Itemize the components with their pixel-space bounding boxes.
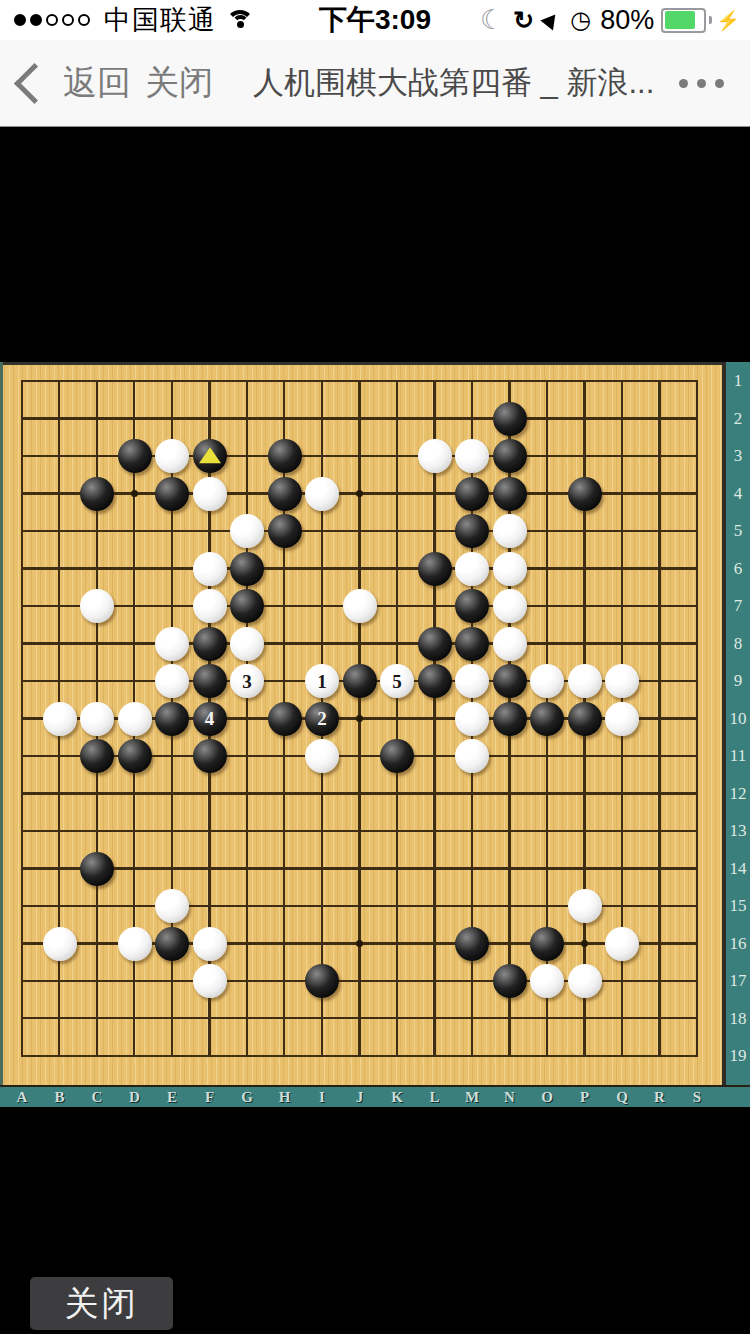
column-label-H: H — [266, 1087, 304, 1107]
column-label-M: M — [453, 1087, 491, 1107]
white-stone-D16 — [116, 925, 154, 963]
column-label-G: G — [228, 1087, 266, 1107]
row-label-3: 3 — [726, 437, 750, 475]
back-chevron-icon[interactable] — [14, 62, 55, 103]
column-label-I: I — [303, 1087, 341, 1107]
black-stone-H5 — [266, 512, 304, 550]
white-stone-K9: 5 — [378, 662, 416, 700]
white-stone-G9: 3 — [228, 662, 266, 700]
battery-fill — [665, 11, 695, 29]
white-stone-L3 — [416, 437, 454, 475]
column-label-N: N — [491, 1087, 529, 1107]
triangle-marker — [199, 447, 221, 463]
black-stone-L8 — [416, 625, 454, 663]
black-stone-D11 — [116, 737, 154, 775]
black-stone-H4 — [266, 475, 304, 513]
row-label-14: 14 — [726, 850, 750, 888]
white-stone-I9: 1 — [303, 662, 341, 700]
row-label-6: 6 — [726, 550, 750, 588]
white-stone-N5 — [491, 512, 529, 550]
white-stone-E8 — [153, 625, 191, 663]
white-stone-O17 — [528, 962, 566, 1000]
row-label-1: 1 — [726, 362, 750, 400]
black-stone-C4 — [78, 475, 116, 513]
white-stone-F6 — [191, 550, 229, 588]
black-stone-L6 — [416, 550, 454, 588]
column-label-O: O — [528, 1087, 566, 1107]
white-stone-I4 — [303, 475, 341, 513]
white-stone-M10 — [453, 700, 491, 738]
black-stone-F10: 4 — [191, 700, 229, 738]
star-point-P16 — [566, 925, 604, 963]
black-stone-M7 — [453, 587, 491, 625]
white-stone-F17 — [191, 962, 229, 1000]
nav-bar: 返回 关闭 人机围棋大战第四番 _ 新浪... — [0, 40, 750, 127]
page-title: 人机围棋大战第四番 _ 新浪... — [253, 62, 670, 104]
black-stone-K11 — [378, 737, 416, 775]
back-button[interactable]: 返回 关闭 — [16, 60, 227, 106]
star-point-J4 — [341, 475, 379, 513]
status-bar: 中国联通 下午3:09 ☾ ↻ ◷ 80% ⚡ — [0, 0, 750, 40]
black-stone-F11 — [191, 737, 229, 775]
column-label-K: K — [378, 1087, 416, 1107]
more-menu-button[interactable] — [670, 79, 724, 88]
charging-bolt-icon: ⚡ — [716, 9, 740, 32]
row-label-9: 9 — [726, 662, 750, 700]
alarm-icon: ◷ — [570, 6, 591, 34]
black-stone-F9 — [191, 662, 229, 700]
white-stone-I11 — [303, 737, 341, 775]
white-stone-E15 — [153, 887, 191, 925]
black-stone-E16 — [153, 925, 191, 963]
back-label[interactable]: 返回 — [63, 60, 131, 106]
row-labels: 12345678910111213141516171819 — [726, 362, 750, 1105]
black-stone-M16 — [453, 925, 491, 963]
star-point-J10 — [341, 700, 379, 738]
black-stone-N3 — [491, 437, 529, 475]
white-stone-B16 — [41, 925, 79, 963]
row-label-18: 18 — [726, 1000, 750, 1038]
column-label-A: A — [3, 1087, 41, 1107]
white-stone-N8 — [491, 625, 529, 663]
white-stone-M6 — [453, 550, 491, 588]
row-label-13: 13 — [726, 812, 750, 850]
row-label-16: 16 — [726, 925, 750, 963]
orientation-lock-icon: ↻ — [513, 6, 534, 35]
move-number-4: 4 — [205, 709, 215, 728]
black-stone-M5 — [453, 512, 491, 550]
black-stone-E4 — [153, 475, 191, 513]
black-stone-N9 — [491, 662, 529, 700]
black-stone-D3 — [116, 437, 154, 475]
white-stone-M3 — [453, 437, 491, 475]
battery-icon — [661, 8, 706, 33]
white-stone-J7 — [341, 587, 379, 625]
column-label-R: R — [641, 1087, 679, 1107]
white-stone-G8 — [228, 625, 266, 663]
white-stone-O9 — [528, 662, 566, 700]
black-stone-N10 — [491, 700, 529, 738]
black-stone-H10 — [266, 700, 304, 738]
goban-wood: 31542 — [0, 362, 726, 1085]
row-label-4: 4 — [726, 475, 750, 513]
black-stone-P10 — [566, 700, 604, 738]
black-stone-J9 — [341, 662, 379, 700]
black-stone-C14 — [78, 850, 116, 888]
white-stone-E9 — [153, 662, 191, 700]
black-stone-C11 — [78, 737, 116, 775]
column-label-D: D — [116, 1087, 154, 1107]
black-stone-O10 — [528, 700, 566, 738]
black-stone-I17 — [303, 962, 341, 1000]
column-label-C: C — [78, 1087, 116, 1107]
column-label-P: P — [566, 1087, 604, 1107]
move-number-5: 5 — [392, 672, 402, 691]
white-stone-D10 — [116, 700, 154, 738]
black-stone-F3 — [191, 437, 229, 475]
white-stone-P9 — [566, 662, 604, 700]
move-number-1: 1 — [317, 672, 327, 691]
row-label-7: 7 — [726, 587, 750, 625]
row-label-15: 15 — [726, 887, 750, 925]
white-stone-M11 — [453, 737, 491, 775]
white-stone-C7 — [78, 587, 116, 625]
white-stone-F4 — [191, 475, 229, 513]
column-label-S: S — [678, 1087, 716, 1107]
row-label-19: 19 — [726, 1037, 750, 1075]
close-tab-label[interactable]: 关闭 — [145, 60, 213, 106]
white-stone-Q16 — [603, 925, 641, 963]
white-stone-B10 — [41, 700, 79, 738]
black-stone-N17 — [491, 962, 529, 1000]
column-labels: ABCDEFGHIJKLMNOPQRS — [0, 1085, 750, 1107]
battery-percent-label: 80% — [600, 5, 654, 36]
white-stone-E3 — [153, 437, 191, 475]
row-label-2: 2 — [726, 400, 750, 438]
black-stone-M8 — [453, 625, 491, 663]
black-stone-N2 — [491, 400, 529, 438]
row-label-12: 12 — [726, 775, 750, 813]
black-stone-F8 — [191, 625, 229, 663]
status-right: ☾ ↻ ◷ 80% ⚡ — [480, 0, 740, 40]
column-label-F: F — [191, 1087, 229, 1107]
row-label-5: 5 — [726, 512, 750, 550]
goban-grid[interactable]: 31542 — [3, 362, 716, 1075]
column-label-E: E — [153, 1087, 191, 1107]
phone-screen: 中国联通 下午3:09 ☾ ↻ ◷ 80% ⚡ 返回 关闭 人机围棋大战第四番 … — [0, 0, 750, 1334]
black-stone-M4 — [453, 475, 491, 513]
black-stone-N4 — [491, 475, 529, 513]
white-stone-M9 — [453, 662, 491, 700]
column-label-B: B — [41, 1087, 79, 1107]
white-stone-N7 — [491, 587, 529, 625]
black-stone-I10: 2 — [303, 700, 341, 738]
white-stone-F7 — [191, 587, 229, 625]
row-label-17: 17 — [726, 962, 750, 1000]
go-board: 31542 12345678910111213141516171819 ABCD… — [0, 362, 750, 1105]
column-label-L: L — [416, 1087, 454, 1107]
row-label-10: 10 — [726, 700, 750, 738]
black-stone-O16 — [528, 925, 566, 963]
white-stone-P17 — [566, 962, 604, 1000]
star-point-J16 — [341, 925, 379, 963]
close-button[interactable]: 关闭 — [30, 1277, 173, 1330]
black-stone-E10 — [153, 700, 191, 738]
black-stone-P4 — [566, 475, 604, 513]
black-stone-G7 — [228, 587, 266, 625]
row-label-11: 11 — [726, 737, 750, 775]
white-stone-P15 — [566, 887, 604, 925]
white-stone-F16 — [191, 925, 229, 963]
black-stone-L9 — [416, 662, 454, 700]
white-stone-C10 — [78, 700, 116, 738]
star-point-D4 — [116, 475, 154, 513]
location-arrow-icon — [541, 10, 562, 31]
row-label-8: 8 — [726, 625, 750, 663]
white-stone-N6 — [491, 550, 529, 588]
column-label-J: J — [341, 1087, 379, 1107]
move-number-3: 3 — [242, 672, 252, 691]
white-stone-Q10 — [603, 700, 641, 738]
column-label-Q: Q — [603, 1087, 641, 1107]
move-number-2: 2 — [317, 709, 327, 728]
white-stone-G5 — [228, 512, 266, 550]
black-stone-H3 — [266, 437, 304, 475]
black-stone-G6 — [228, 550, 266, 588]
battery-tip — [709, 16, 712, 24]
moon-icon: ☾ — [480, 4, 504, 36]
white-stone-Q9 — [603, 662, 641, 700]
